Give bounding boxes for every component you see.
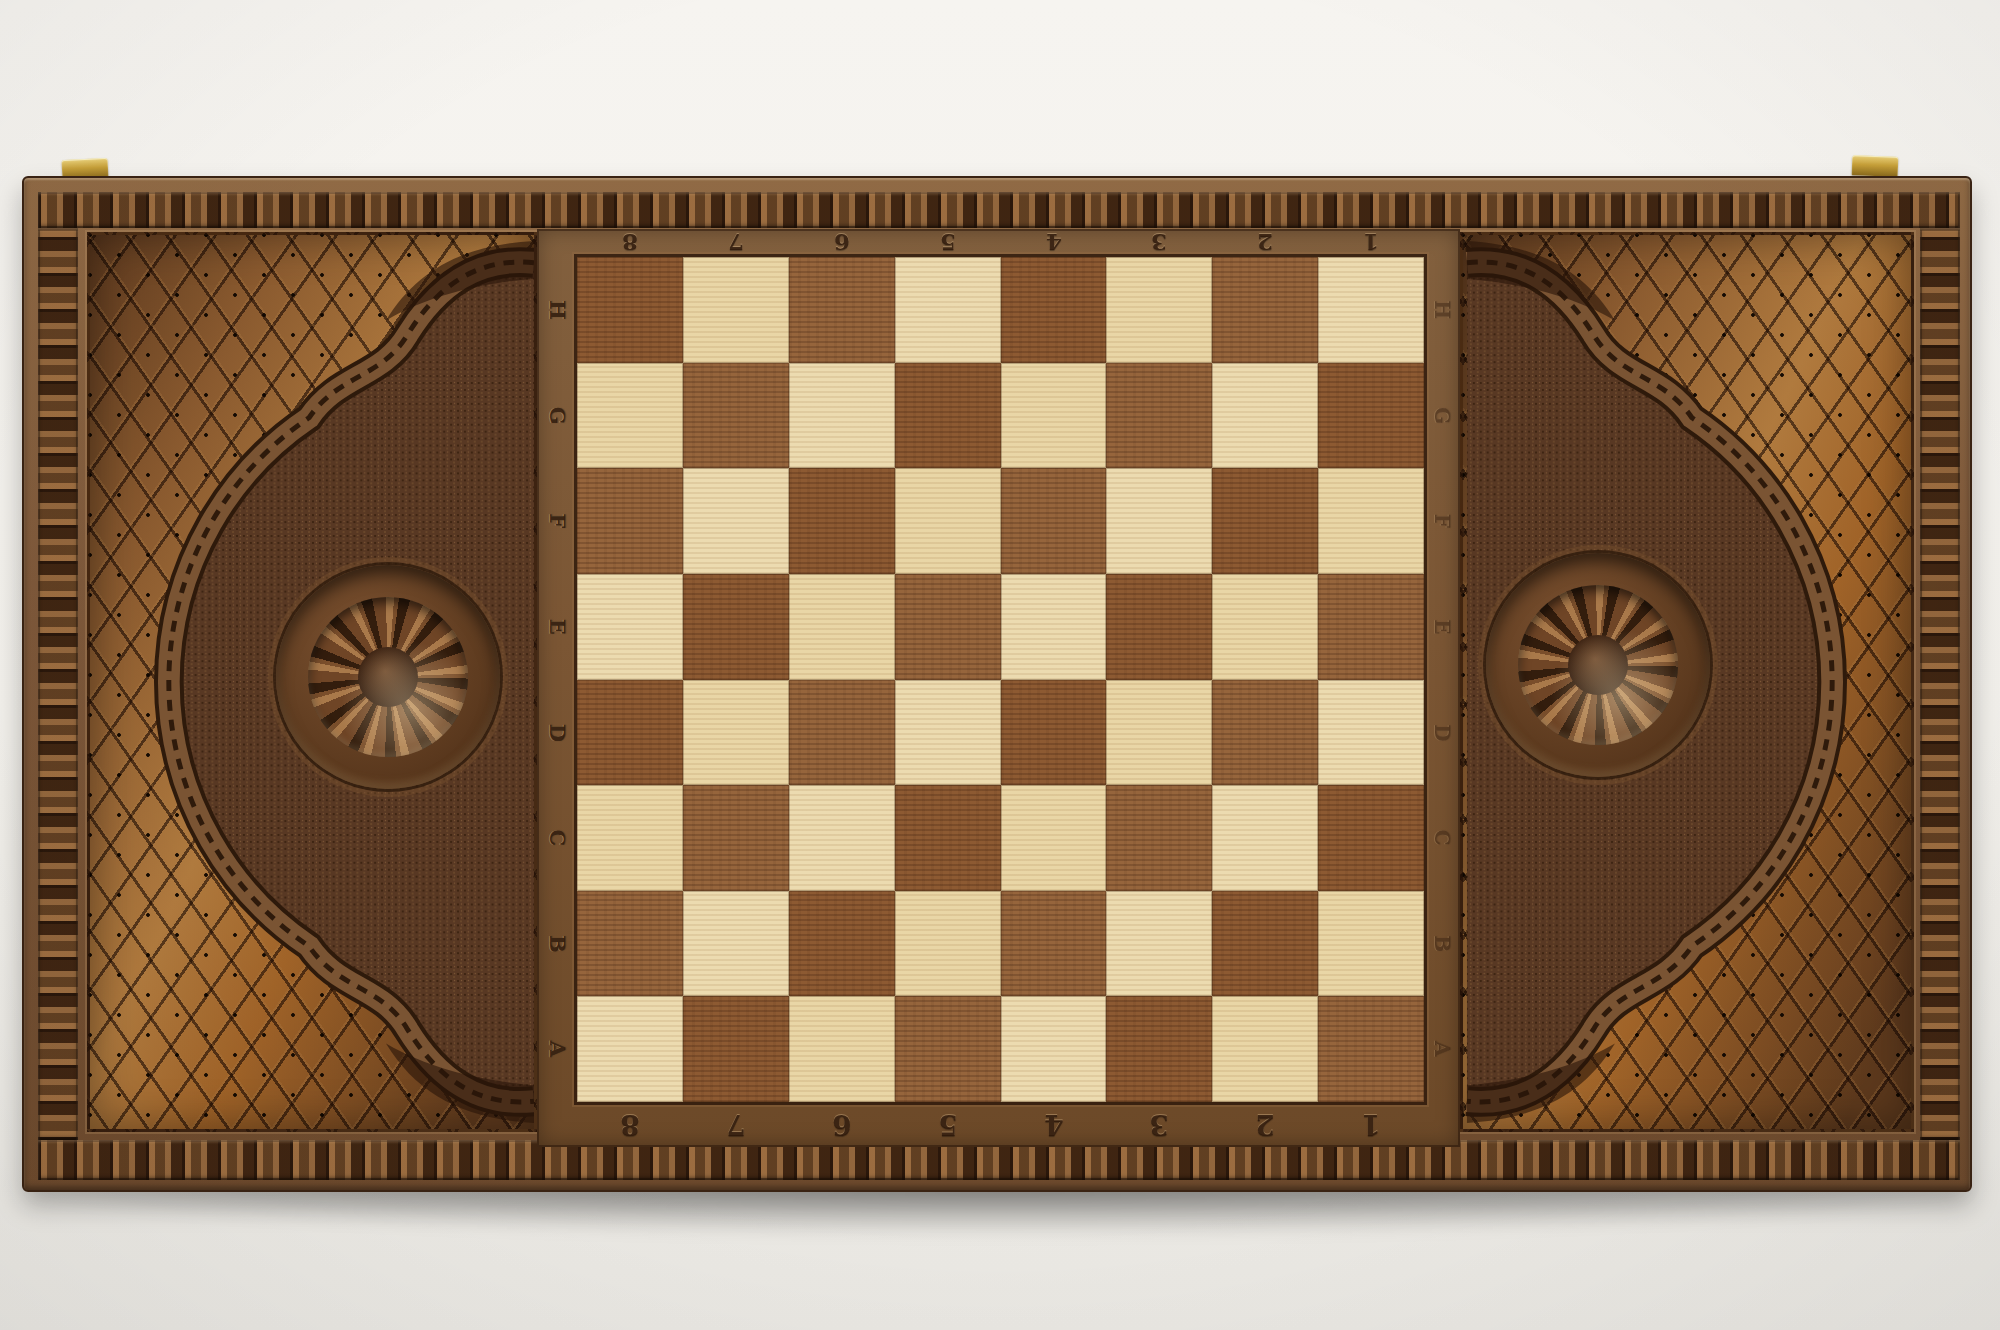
square-f6[interactable] [789, 468, 895, 574]
square-f4[interactable] [1001, 468, 1107, 574]
carved-game-board: 8765432187654321HGFEDCBAHGFEDCBA [22, 176, 1972, 1192]
rank-label-right-d: D [1389, 714, 1495, 750]
square-g5[interactable] [895, 363, 1001, 469]
file-label-bottom-1: 1 [1318, 1102, 1424, 1147]
rank-label-right-f: F [1389, 503, 1495, 539]
square-d3[interactable] [1106, 680, 1212, 786]
square-c7[interactable] [683, 785, 789, 891]
file-label-top-7: 7 [683, 229, 789, 257]
square-e4[interactable] [1001, 574, 1107, 680]
rope-border-top [38, 192, 1960, 228]
square-d5[interactable] [895, 680, 1001, 786]
rank-label-right-e: E [1389, 609, 1495, 645]
square-f3[interactable] [1106, 468, 1212, 574]
file-label-bottom-7: 7 [683, 1102, 789, 1147]
photo-background: 8765432187654321HGFEDCBAHGFEDCBA [0, 0, 2000, 1330]
file-label-top-2: 2 [1212, 229, 1318, 257]
square-b6[interactable] [789, 891, 895, 997]
square-h4[interactable] [1001, 257, 1107, 363]
square-e5[interactable] [895, 574, 1001, 680]
file-label-bottom-3: 3 [1106, 1102, 1212, 1147]
square-c4[interactable] [1001, 785, 1107, 891]
square-c6[interactable] [789, 785, 895, 891]
file-label-bottom-2: 2 [1212, 1102, 1318, 1147]
square-e6[interactable] [789, 574, 895, 680]
square-h2[interactable] [1212, 257, 1318, 363]
file-label-top-8: 8 [577, 229, 683, 257]
file-label-top-4: 4 [1001, 229, 1107, 257]
square-f5[interactable] [895, 468, 1001, 574]
square-h3[interactable] [1106, 257, 1212, 363]
square-a7[interactable] [683, 996, 789, 1102]
file-label-bottom-5: 5 [895, 1102, 1001, 1147]
rosette-swirl-left [308, 597, 468, 757]
carved-panel-left [87, 232, 537, 1132]
square-a5[interactable] [895, 996, 1001, 1102]
file-label-top-1: 1 [1318, 229, 1424, 257]
file-label-bottom-8: 8 [577, 1102, 683, 1147]
square-g6[interactable] [789, 363, 895, 469]
square-b3[interactable] [1106, 891, 1212, 997]
square-d4[interactable] [1001, 680, 1107, 786]
square-d7[interactable] [683, 680, 789, 786]
spiral-rosette-left [276, 565, 500, 789]
square-b2[interactable] [1212, 891, 1318, 997]
rank-label-left-d: D [504, 712, 610, 752]
file-label-top-3: 3 [1106, 229, 1212, 257]
square-c2[interactable] [1212, 785, 1318, 891]
file-label-top-5: 5 [895, 229, 1001, 257]
square-b7[interactable] [683, 891, 789, 997]
rank-label-left-b: B [504, 924, 610, 964]
square-h7[interactable] [683, 257, 789, 363]
square-e2[interactable] [1212, 574, 1318, 680]
rope-border-right [1920, 228, 1960, 1140]
square-a6[interactable] [789, 996, 895, 1102]
rank-label-left-c: C [504, 818, 610, 858]
square-a2[interactable] [1212, 996, 1318, 1102]
rank-label-right-c: C [1389, 820, 1495, 856]
square-c3[interactable] [1106, 785, 1212, 891]
chessboard-frame: 8765432187654321HGFEDCBAHGFEDCBA [537, 229, 1460, 1147]
square-b5[interactable] [895, 891, 1001, 997]
carved-panel-right [1460, 232, 1914, 1132]
square-g4[interactable] [1001, 363, 1107, 469]
square-h6[interactable] [789, 257, 895, 363]
rosette-swirl-right [1518, 585, 1678, 745]
file-label-top-6: 6 [789, 229, 895, 257]
square-e3[interactable] [1106, 574, 1212, 680]
spiral-rosette-right [1486, 553, 1710, 777]
rank-label-right-b: B [1389, 926, 1495, 962]
square-e7[interactable] [683, 574, 789, 680]
square-g3[interactable] [1106, 363, 1212, 469]
rank-label-left-g: G [504, 395, 610, 435]
square-a3[interactable] [1106, 996, 1212, 1102]
rank-label-left-h: H [504, 290, 610, 330]
chess-grid [577, 257, 1424, 1102]
rank-label-left-a: A [504, 1029, 610, 1069]
rank-label-right-g: G [1389, 397, 1495, 433]
square-c5[interactable] [895, 785, 1001, 891]
rank-label-left-e: E [504, 607, 610, 647]
rank-label-left-f: F [504, 501, 610, 541]
square-a4[interactable] [1001, 996, 1107, 1102]
square-d6[interactable] [789, 680, 895, 786]
rope-border-left [38, 228, 78, 1140]
square-f2[interactable] [1212, 468, 1318, 574]
square-g7[interactable] [683, 363, 789, 469]
square-h5[interactable] [895, 257, 1001, 363]
square-f7[interactable] [683, 468, 789, 574]
brass-hinge-right [1852, 155, 1899, 177]
square-g2[interactable] [1212, 363, 1318, 469]
square-d2[interactable] [1212, 680, 1318, 786]
rank-label-right-a: A [1389, 1031, 1495, 1067]
square-b4[interactable] [1001, 891, 1107, 997]
rank-label-right-h: H [1389, 292, 1495, 328]
file-label-bottom-6: 6 [789, 1102, 895, 1147]
file-label-bottom-4: 4 [1001, 1102, 1107, 1147]
